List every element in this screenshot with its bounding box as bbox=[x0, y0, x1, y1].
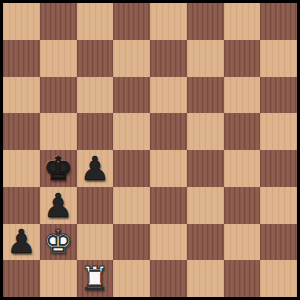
square-c5[interactable] bbox=[77, 113, 114, 150]
square-e2[interactable] bbox=[150, 224, 187, 261]
square-e7[interactable] bbox=[150, 40, 187, 77]
square-a8[interactable] bbox=[3, 3, 40, 40]
square-a7[interactable] bbox=[3, 40, 40, 77]
square-h7[interactable] bbox=[260, 40, 297, 77]
square-e5[interactable] bbox=[150, 113, 187, 150]
square-d2[interactable] bbox=[113, 224, 150, 261]
square-d7[interactable] bbox=[113, 40, 150, 77]
square-d3[interactable] bbox=[113, 187, 150, 224]
square-e6[interactable] bbox=[150, 77, 187, 114]
square-c3[interactable] bbox=[77, 187, 114, 224]
square-d8[interactable] bbox=[113, 3, 150, 40]
square-b8[interactable] bbox=[40, 3, 77, 40]
square-h1[interactable] bbox=[260, 260, 297, 297]
square-g1[interactable] bbox=[224, 260, 261, 297]
square-g7[interactable] bbox=[224, 40, 261, 77]
square-b3[interactable]: ♟ bbox=[40, 187, 77, 224]
square-b2[interactable]: ♚ bbox=[40, 224, 77, 261]
square-h5[interactable] bbox=[260, 113, 297, 150]
square-e8[interactable] bbox=[150, 3, 187, 40]
square-b5[interactable] bbox=[40, 113, 77, 150]
square-b1[interactable] bbox=[40, 260, 77, 297]
square-h4[interactable] bbox=[260, 150, 297, 187]
white-rook-c1[interactable]: ♜ bbox=[80, 262, 110, 295]
white-king-b2[interactable]: ♚ bbox=[43, 225, 73, 258]
black-pawn-a2[interactable]: ♟ bbox=[7, 225, 37, 258]
square-a2[interactable]: ♟ bbox=[3, 224, 40, 261]
square-b6[interactable] bbox=[40, 77, 77, 114]
square-g4[interactable] bbox=[224, 150, 261, 187]
square-f3[interactable] bbox=[187, 187, 224, 224]
square-b7[interactable] bbox=[40, 40, 77, 77]
square-c6[interactable] bbox=[77, 77, 114, 114]
square-d6[interactable] bbox=[113, 77, 150, 114]
square-d1[interactable] bbox=[113, 260, 150, 297]
chess-board: ♚♟♟♟♚♜ bbox=[3, 3, 297, 297]
square-h6[interactable] bbox=[260, 77, 297, 114]
black-king-b4[interactable]: ♚ bbox=[43, 152, 73, 185]
square-g6[interactable] bbox=[224, 77, 261, 114]
board-frame: ♚♟♟♟♚♜ bbox=[0, 0, 300, 300]
square-c1[interactable]: ♜ bbox=[77, 260, 114, 297]
square-a5[interactable] bbox=[3, 113, 40, 150]
square-c7[interactable] bbox=[77, 40, 114, 77]
black-pawn-c4[interactable]: ♟ bbox=[80, 152, 110, 185]
square-h3[interactable] bbox=[260, 187, 297, 224]
square-a3[interactable] bbox=[3, 187, 40, 224]
square-g5[interactable] bbox=[224, 113, 261, 150]
square-h2[interactable] bbox=[260, 224, 297, 261]
square-e3[interactable] bbox=[150, 187, 187, 224]
square-h8[interactable] bbox=[260, 3, 297, 40]
square-a1[interactable] bbox=[3, 260, 40, 297]
square-g3[interactable] bbox=[224, 187, 261, 224]
square-c8[interactable] bbox=[77, 3, 114, 40]
square-f6[interactable] bbox=[187, 77, 224, 114]
square-g2[interactable] bbox=[224, 224, 261, 261]
square-e4[interactable] bbox=[150, 150, 187, 187]
square-f8[interactable] bbox=[187, 3, 224, 40]
square-d4[interactable] bbox=[113, 150, 150, 187]
square-f2[interactable] bbox=[187, 224, 224, 261]
square-c2[interactable] bbox=[77, 224, 114, 261]
square-b4[interactable]: ♚ bbox=[40, 150, 77, 187]
square-d5[interactable] bbox=[113, 113, 150, 150]
square-f4[interactable] bbox=[187, 150, 224, 187]
square-c4[interactable]: ♟ bbox=[77, 150, 114, 187]
square-f5[interactable] bbox=[187, 113, 224, 150]
square-a6[interactable] bbox=[3, 77, 40, 114]
black-pawn-b3[interactable]: ♟ bbox=[43, 189, 73, 222]
square-g8[interactable] bbox=[224, 3, 261, 40]
square-e1[interactable] bbox=[150, 260, 187, 297]
square-f7[interactable] bbox=[187, 40, 224, 77]
square-f1[interactable] bbox=[187, 260, 224, 297]
square-a4[interactable] bbox=[3, 150, 40, 187]
